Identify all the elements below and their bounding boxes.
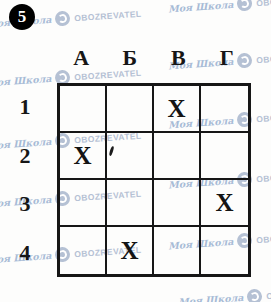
cell-А1 bbox=[60, 86, 107, 133]
column-headers: А Б В Г bbox=[57, 45, 251, 71]
row-label-1: 1 bbox=[8, 83, 42, 132]
watermark-group: Моя Школа OBOZREVATEL bbox=[178, 284, 271, 302]
cell-В1: X bbox=[154, 86, 201, 133]
watermark-obozrevatel-text: OBOZREVATEL bbox=[256, 230, 271, 245]
workbook-scan-page: Моя Школа OBOZREVATEL Моя Школа OBOZREVA… bbox=[0, 0, 271, 302]
cell-В4 bbox=[154, 227, 201, 274]
column-label-a: А bbox=[57, 45, 106, 71]
obozrevatel-logo-icon bbox=[55, 11, 71, 27]
exercise-number-badge: 5 bbox=[9, 4, 35, 30]
watermark-school-text: Моя Школа bbox=[168, 0, 234, 14]
watermark-obozrevatel-text: OBOZREVATEL bbox=[266, 286, 271, 301]
watermark-obozrevatel-text: OBOZREVATEL bbox=[256, 169, 271, 184]
obozrevatel-logo-icon bbox=[237, 0, 253, 12]
column-label-v: В bbox=[154, 45, 203, 71]
cell-В3 bbox=[154, 180, 201, 227]
cell-В2 bbox=[154, 133, 201, 180]
cell-А3 bbox=[60, 180, 107, 227]
row-labels: 1 2 3 4 bbox=[8, 83, 42, 277]
cell-Б2 bbox=[107, 133, 154, 180]
watermark-obozrevatel-text: OBOZREVATEL bbox=[256, 0, 271, 8]
row-label-3: 3 bbox=[8, 180, 42, 229]
column-label-g: Г bbox=[203, 45, 252, 71]
watermark-school-text: Моя Школа bbox=[178, 292, 244, 302]
row-label-4: 4 bbox=[8, 229, 42, 278]
cell-А4 bbox=[60, 227, 107, 274]
cell-Г2 bbox=[201, 133, 248, 180]
column-label-b: Б bbox=[106, 45, 155, 71]
obozrevatel-logo-icon bbox=[247, 289, 263, 302]
cell-Г1 bbox=[201, 86, 248, 133]
puzzle-grid: X X X X bbox=[57, 83, 251, 277]
cell-Б4: X bbox=[107, 227, 154, 274]
watermark-obozrevatel-text: OBOZREVATEL bbox=[256, 50, 271, 65]
watermark-obozrevatel-text: OBOZREVATEL bbox=[256, 109, 271, 124]
cell-Б3 bbox=[107, 180, 154, 227]
watermark-group: Моя Школа OBOZREVATEL bbox=[168, 0, 271, 16]
watermark-obozrevatel-text: OBOZREVATEL bbox=[74, 8, 142, 23]
cell-Б1 bbox=[107, 86, 154, 133]
exercise-number: 5 bbox=[18, 7, 27, 27]
cell-А2: X bbox=[60, 133, 107, 180]
cell-Г3: X bbox=[201, 180, 248, 227]
cell-Г4 bbox=[201, 227, 248, 274]
row-label-2: 2 bbox=[8, 132, 42, 181]
